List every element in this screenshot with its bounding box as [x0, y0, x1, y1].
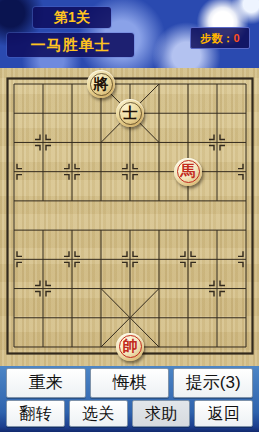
undo-move-button[interactable]: 悔棋	[90, 368, 170, 398]
steps-label: 步数：	[200, 31, 233, 46]
piece-character: 馬	[174, 158, 202, 186]
piece-red-general[interactable]: 帥	[116, 333, 144, 361]
level-badge: 第1关	[33, 7, 111, 28]
xiangqi-board[interactable]: 將士馬帥	[0, 68, 259, 366]
control-panel: 重来 悔棋 提示(3) 翻转 选关 求助 返回	[0, 366, 259, 432]
select-level-button[interactable]: 选关	[69, 400, 128, 427]
piece-black-general[interactable]: 將	[87, 70, 115, 98]
hint-button[interactable]: 提示(3)	[173, 368, 253, 398]
steps-value: 0	[233, 32, 239, 44]
flip-board-button[interactable]: 翻转	[6, 400, 65, 427]
button-row-2: 翻转 选关 求助 返回	[6, 400, 253, 427]
button-row-1: 重来 悔棋 提示(3)	[6, 368, 253, 398]
piece-red-horse[interactable]: 馬	[174, 158, 202, 186]
piece-character: 將	[87, 70, 115, 98]
piece-character: 帥	[116, 333, 144, 361]
steps-counter: 步数：0	[190, 27, 250, 49]
app-screen: 第1关 一马胜单士 步数：0 將士馬帥 重来 悔棋 提示(3) 翻转 选关 求助…	[0, 0, 259, 432]
piece-character: 士	[116, 99, 144, 127]
puzzle-name-badge: 一马胜单士	[7, 33, 134, 57]
piece-grid: 將士馬帥	[0, 69, 259, 361]
back-button[interactable]: 返回	[194, 400, 253, 427]
ask-help-button[interactable]: 求助	[132, 400, 191, 427]
restart-button[interactable]: 重来	[6, 368, 86, 398]
piece-black-advisor[interactable]: 士	[116, 99, 144, 127]
